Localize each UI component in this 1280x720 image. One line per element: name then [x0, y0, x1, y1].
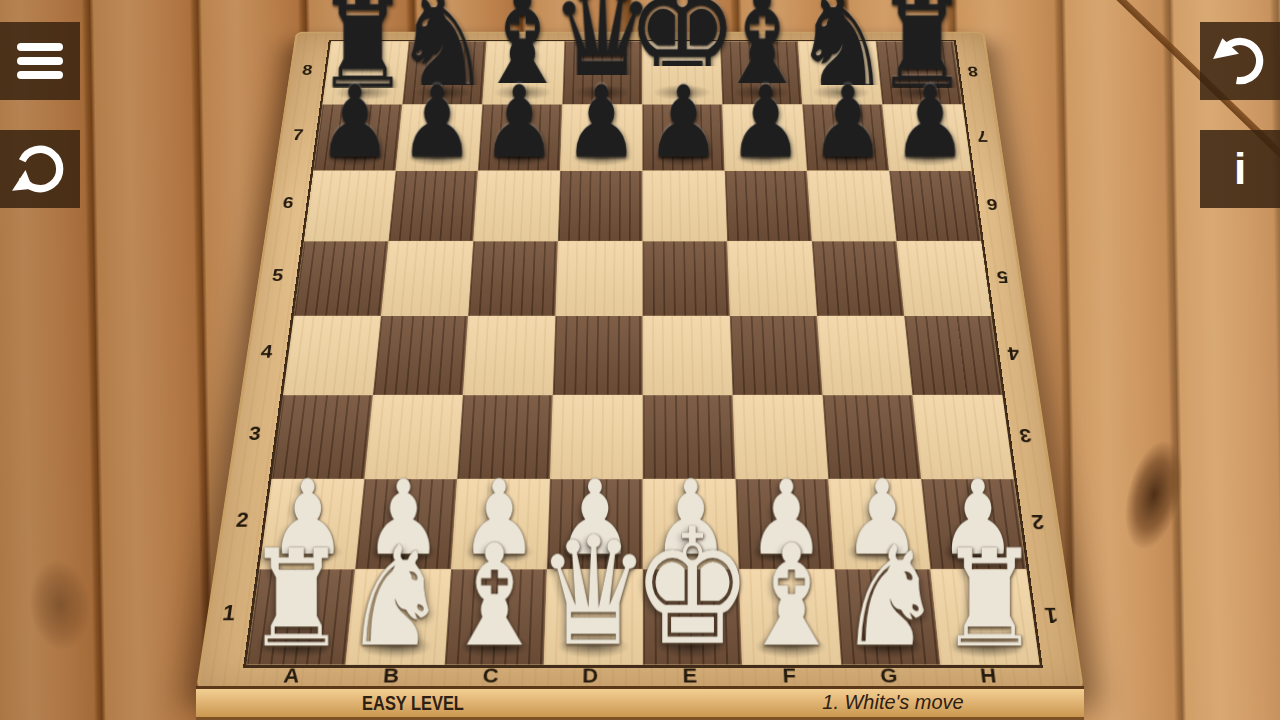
square-f1[interactable]: ♝: [739, 569, 842, 665]
piece-black-pawn-h7[interactable]: ♟: [893, 77, 968, 168]
square-h6[interactable]: [889, 171, 981, 241]
square-c4[interactable]: [463, 316, 556, 395]
square-f4[interactable]: [730, 316, 823, 395]
piece-black-pawn-g7[interactable]: ♟: [810, 77, 885, 168]
hamburger-icon: [17, 43, 63, 79]
square-h7[interactable]: ♟: [882, 104, 971, 170]
square-h5[interactable]: [896, 241, 991, 316]
square-c6[interactable]: [473, 171, 560, 241]
square-e4[interactable]: [643, 316, 733, 395]
piece-black-pawn-b7[interactable]: ♟: [400, 77, 475, 168]
square-g1[interactable]: ♞: [835, 569, 941, 665]
square-d5[interactable]: [555, 241, 642, 316]
piece-white-king-e1[interactable]: ♚: [632, 514, 753, 662]
difficulty-label: EASY LEVEL: [327, 692, 499, 714]
rotate-icon: [11, 140, 69, 198]
square-g5[interactable]: [812, 241, 904, 316]
piece-black-pawn-e7[interactable]: ♟: [646, 77, 721, 168]
square-a7[interactable]: ♟: [313, 104, 402, 170]
board-front-edge: EASY LEVEL 1. White's move: [196, 686, 1084, 720]
piece-white-knight-b1[interactable]: ♞: [343, 534, 447, 662]
undo-arrow-icon: [1211, 32, 1269, 90]
square-e6[interactable]: [642, 171, 727, 241]
square-d4[interactable]: [553, 316, 643, 395]
rotate-board-button[interactable]: [0, 130, 80, 208]
info-button[interactable]: i: [1200, 130, 1280, 208]
square-g7[interactable]: ♟: [802, 104, 889, 170]
square-f7[interactable]: ♟: [722, 104, 807, 170]
square-a5[interactable]: [294, 241, 389, 316]
square-h1[interactable]: ♜: [930, 569, 1039, 665]
piece-white-bishop-f1[interactable]: ♝: [739, 532, 845, 661]
chess-app-screen: ♜♞♝♛♚♝♞♜♟♟♟♟♟♟♟♟♟♟♟♟♟♟♟♟♜♞♝♛♚♝♞♜ 8765432…: [0, 0, 1280, 720]
square-b6[interactable]: [389, 171, 478, 241]
square-g6[interactable]: [807, 171, 897, 241]
square-e7[interactable]: ♟: [642, 104, 724, 170]
piece-white-rook-a1[interactable]: ♜: [246, 537, 347, 661]
square-d7[interactable]: ♟: [560, 104, 642, 170]
square-c5[interactable]: [468, 241, 558, 316]
square-d1[interactable]: ♛: [544, 569, 643, 665]
undo-button[interactable]: [1200, 22, 1280, 100]
square-a4[interactable]: [283, 316, 381, 395]
info-icon: i: [1234, 147, 1246, 191]
menu-button[interactable]: [0, 22, 80, 100]
square-g4[interactable]: [817, 316, 912, 395]
square-a6[interactable]: [304, 171, 396, 241]
square-e1[interactable]: ♚: [643, 569, 742, 665]
piece-black-pawn-d7[interactable]: ♟: [564, 77, 639, 168]
piece-black-pawn-a7[interactable]: ♟: [317, 77, 392, 168]
piece-white-bishop-c1[interactable]: ♝: [442, 532, 548, 661]
square-f5[interactable]: [727, 241, 817, 316]
square-d6[interactable]: [558, 171, 643, 241]
board-grid: ♜♞♝♛♚♝♞♜♟♟♟♟♟♟♟♟♟♟♟♟♟♟♟♟♜♞♝♛♚♝♞♜: [243, 40, 1043, 668]
square-b4[interactable]: [373, 316, 468, 395]
square-c7[interactable]: ♟: [478, 104, 562, 170]
move-status: 1. White's move: [793, 691, 993, 713]
square-b1[interactable]: ♞: [346, 569, 452, 665]
piece-black-pawn-f7[interactable]: ♟: [728, 77, 803, 168]
piece-white-knight-g1[interactable]: ♞: [838, 534, 942, 662]
square-b7[interactable]: ♟: [396, 104, 483, 170]
chess-board: ♜♞♝♛♚♝♞♜♟♟♟♟♟♟♟♟♟♟♟♟♟♟♟♟♜♞♝♛♚♝♞♜ 8765432…: [196, 32, 1084, 690]
square-a1[interactable]: ♜: [246, 569, 355, 665]
square-e5[interactable]: [643, 241, 730, 316]
square-f6[interactable]: [725, 171, 812, 241]
square-c1[interactable]: ♝: [445, 569, 547, 665]
square-h4[interactable]: [904, 316, 1002, 395]
piece-black-pawn-c7[interactable]: ♟: [482, 77, 557, 168]
square-b5[interactable]: [381, 241, 473, 316]
